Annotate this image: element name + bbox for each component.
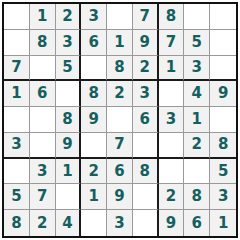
- sudoku-cell-r3c4[interactable]: [81, 56, 107, 82]
- sudoku-cell-r5c4[interactable]: 9: [81, 107, 107, 133]
- sudoku-cell-r8c9[interactable]: 3: [210, 184, 236, 210]
- sudoku-cell-r1c6[interactable]: 7: [133, 4, 159, 30]
- sudoku-cell-r9c2[interactable]: 2: [30, 210, 56, 236]
- sudoku-cell-r2c4[interactable]: 6: [81, 30, 107, 56]
- sudoku-cell-r5c6[interactable]: 6: [133, 107, 159, 133]
- sudoku-cell-r5c9[interactable]: [210, 107, 236, 133]
- sudoku-cell-r7c1[interactable]: [4, 159, 30, 185]
- sudoku-cell-r6c1[interactable]: 3: [4, 133, 30, 159]
- sudoku-cell-r2c6[interactable]: 9: [133, 30, 159, 56]
- sudoku-cell-r2c1[interactable]: [4, 30, 30, 56]
- sudoku-cell-r8c3[interactable]: [56, 184, 82, 210]
- sudoku-cell-r5c1[interactable]: [4, 107, 30, 133]
- sudoku-cell-r6c5[interactable]: 7: [107, 133, 133, 159]
- sudoku-cell-r9c7[interactable]: 9: [159, 210, 185, 236]
- sudoku-cell-r6c7[interactable]: [159, 133, 185, 159]
- sudoku-cell-r9c9[interactable]: 1: [210, 210, 236, 236]
- sudoku-cell-r9c3[interactable]: 4: [56, 210, 82, 236]
- sudoku-cell-r9c4[interactable]: [81, 210, 107, 236]
- sudoku-cell-r1c5[interactable]: [107, 4, 133, 30]
- sudoku-cell-r4c2[interactable]: 6: [30, 81, 56, 107]
- sudoku-cell-r1c3[interactable]: 2: [56, 4, 82, 30]
- sudoku-cell-r5c3[interactable]: 8: [56, 107, 82, 133]
- sudoku-cell-r6c8[interactable]: 2: [184, 133, 210, 159]
- sudoku-cell-r4c3[interactable]: [56, 81, 82, 107]
- sudoku-cell-r5c8[interactable]: 1: [184, 107, 210, 133]
- sudoku-cell-r2c9[interactable]: [210, 30, 236, 56]
- sudoku-cell-r7c4[interactable]: 2: [81, 159, 107, 185]
- sudoku-cell-r4c9[interactable]: 9: [210, 81, 236, 107]
- sudoku-cell-r4c4[interactable]: 8: [81, 81, 107, 107]
- sudoku-cell-r4c5[interactable]: 2: [107, 81, 133, 107]
- sudoku-cell-r4c8[interactable]: 4: [184, 81, 210, 107]
- sudoku-board: 1237883619757582131682349896313972831268…: [2, 2, 238, 238]
- sudoku-cell-r3c1[interactable]: 7: [4, 56, 30, 82]
- sudoku-cell-r7c3[interactable]: 1: [56, 159, 82, 185]
- sudoku-cell-r2c3[interactable]: 3: [56, 30, 82, 56]
- sudoku-cell-r4c7[interactable]: [159, 81, 185, 107]
- sudoku-cell-r7c8[interactable]: [184, 159, 210, 185]
- sudoku-cell-r7c6[interactable]: 8: [133, 159, 159, 185]
- sudoku-cell-r7c9[interactable]: 5: [210, 159, 236, 185]
- sudoku-cell-r9c1[interactable]: 8: [4, 210, 30, 236]
- sudoku-cell-r1c8[interactable]: [184, 4, 210, 30]
- sudoku-cell-r2c7[interactable]: 7: [159, 30, 185, 56]
- sudoku-cell-r3c7[interactable]: 1: [159, 56, 185, 82]
- sudoku-cell-r2c5[interactable]: 1: [107, 30, 133, 56]
- sudoku-cell-r8c1[interactable]: 5: [4, 184, 30, 210]
- sudoku-cell-r6c4[interactable]: [81, 133, 107, 159]
- sudoku-cell-r3c9[interactable]: [210, 56, 236, 82]
- sudoku-cell-r1c4[interactable]: 3: [81, 4, 107, 30]
- sudoku-cell-r2c2[interactable]: 8: [30, 30, 56, 56]
- sudoku-board-frame: 1237883619757582131682349896313972831268…: [0, 0, 240, 240]
- sudoku-cell-r7c7[interactable]: [159, 159, 185, 185]
- sudoku-cell-r8c2[interactable]: 7: [30, 184, 56, 210]
- sudoku-cell-r8c5[interactable]: 9: [107, 184, 133, 210]
- sudoku-cell-r1c7[interactable]: 8: [159, 4, 185, 30]
- sudoku-cell-r5c2[interactable]: [30, 107, 56, 133]
- sudoku-cell-r8c4[interactable]: 1: [81, 184, 107, 210]
- sudoku-cell-r9c8[interactable]: 6: [184, 210, 210, 236]
- sudoku-cell-r9c6[interactable]: [133, 210, 159, 236]
- sudoku-cell-r8c8[interactable]: 8: [184, 184, 210, 210]
- sudoku-cell-r2c8[interactable]: 5: [184, 30, 210, 56]
- sudoku-cell-r6c2[interactable]: [30, 133, 56, 159]
- sudoku-cell-r1c9[interactable]: [210, 4, 236, 30]
- sudoku-cell-r3c3[interactable]: 5: [56, 56, 82, 82]
- sudoku-cell-r6c9[interactable]: 8: [210, 133, 236, 159]
- sudoku-cell-r8c6[interactable]: [133, 184, 159, 210]
- sudoku-cell-r5c7[interactable]: 3: [159, 107, 185, 133]
- sudoku-cell-r1c1[interactable]: [4, 4, 30, 30]
- sudoku-cell-r4c1[interactable]: 1: [4, 81, 30, 107]
- sudoku-cell-r8c7[interactable]: 2: [159, 184, 185, 210]
- sudoku-cell-r5c5[interactable]: [107, 107, 133, 133]
- sudoku-cell-r3c6[interactable]: 2: [133, 56, 159, 82]
- sudoku-cell-r6c3[interactable]: 9: [56, 133, 82, 159]
- sudoku-cell-r7c5[interactable]: 6: [107, 159, 133, 185]
- sudoku-cell-r3c2[interactable]: [30, 56, 56, 82]
- sudoku-cell-r7c2[interactable]: 3: [30, 159, 56, 185]
- sudoku-cell-r9c5[interactable]: 3: [107, 210, 133, 236]
- sudoku-cell-r3c5[interactable]: 8: [107, 56, 133, 82]
- sudoku-cell-r3c8[interactable]: 3: [184, 56, 210, 82]
- sudoku-cell-r1c2[interactable]: 1: [30, 4, 56, 30]
- sudoku-cell-r6c6[interactable]: [133, 133, 159, 159]
- sudoku-cell-r4c6[interactable]: 3: [133, 81, 159, 107]
